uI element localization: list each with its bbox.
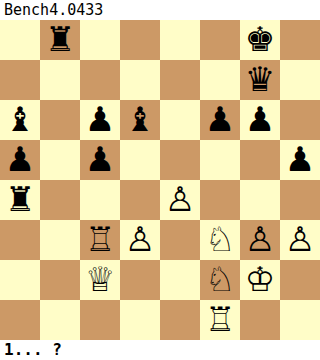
square-e4[interactable]: ♙ — [160, 180, 200, 220]
square-c3[interactable]: ♖ — [80, 220, 120, 260]
square-d6[interactable]: ♝ — [120, 100, 160, 140]
square-g1[interactable] — [240, 300, 280, 340]
piece-black-king: ♚ — [245, 20, 275, 59]
square-f8[interactable] — [200, 20, 240, 60]
piece-black-queen: ♛ — [245, 60, 275, 99]
square-e2[interactable] — [160, 260, 200, 300]
piece-black-bishop: ♝ — [5, 100, 35, 139]
square-c2[interactable]: ♕ — [80, 260, 120, 300]
square-g6[interactable]: ♟ — [240, 100, 280, 140]
piece-white-knight: ♘ — [205, 220, 235, 259]
square-g5[interactable] — [240, 140, 280, 180]
square-c4[interactable] — [80, 180, 120, 220]
square-d1[interactable] — [120, 300, 160, 340]
square-e6[interactable] — [160, 100, 200, 140]
square-e5[interactable] — [160, 140, 200, 180]
square-b5[interactable] — [40, 140, 80, 180]
piece-black-pawn: ♟ — [5, 140, 35, 179]
square-c6[interactable]: ♟ — [80, 100, 120, 140]
square-d7[interactable] — [120, 60, 160, 100]
square-h3[interactable]: ♙ — [280, 220, 320, 260]
piece-black-pawn: ♟ — [85, 100, 115, 139]
square-a3[interactable] — [0, 220, 40, 260]
square-b4[interactable] — [40, 180, 80, 220]
piece-white-king: ♔ — [245, 260, 275, 299]
piece-white-knight: ♘ — [205, 260, 235, 299]
square-b1[interactable] — [40, 300, 80, 340]
square-h7[interactable] — [280, 60, 320, 100]
piece-black-pawn: ♟ — [285, 140, 315, 179]
move-prompt: 1... ? — [0, 340, 320, 360]
square-a1[interactable] — [0, 300, 40, 340]
piece-white-pawn: ♙ — [245, 220, 275, 259]
square-e3[interactable] — [160, 220, 200, 260]
piece-white-rook: ♖ — [85, 220, 115, 259]
piece-black-pawn: ♟ — [85, 140, 115, 179]
square-h4[interactable] — [280, 180, 320, 220]
square-a8[interactable] — [0, 20, 40, 60]
piece-white-rook: ♖ — [205, 300, 235, 339]
square-a2[interactable] — [0, 260, 40, 300]
piece-black-rook: ♜ — [5, 180, 35, 219]
square-h2[interactable] — [280, 260, 320, 300]
square-f6[interactable]: ♟ — [200, 100, 240, 140]
piece-black-bishop: ♝ — [125, 100, 155, 139]
square-f5[interactable] — [200, 140, 240, 180]
square-b3[interactable] — [40, 220, 80, 260]
square-h6[interactable] — [280, 100, 320, 140]
square-c8[interactable] — [80, 20, 120, 60]
square-g2[interactable]: ♔ — [240, 260, 280, 300]
square-d3[interactable]: ♙ — [120, 220, 160, 260]
square-b6[interactable] — [40, 100, 80, 140]
square-c5[interactable]: ♟ — [80, 140, 120, 180]
square-e8[interactable] — [160, 20, 200, 60]
square-d4[interactable] — [120, 180, 160, 220]
square-g3[interactable]: ♙ — [240, 220, 280, 260]
square-g7[interactable]: ♛ — [240, 60, 280, 100]
square-a5[interactable]: ♟ — [0, 140, 40, 180]
square-c7[interactable] — [80, 60, 120, 100]
square-b7[interactable] — [40, 60, 80, 100]
square-f3[interactable]: ♘ — [200, 220, 240, 260]
position-title: Bench4.0433 — [0, 0, 320, 20]
square-g8[interactable]: ♚ — [240, 20, 280, 60]
square-h5[interactable]: ♟ — [280, 140, 320, 180]
piece-white-queen: ♕ — [85, 260, 115, 299]
square-a6[interactable]: ♝ — [0, 100, 40, 140]
chess-board: ♜♚♛♝♟♝♟♟♟♟♟♜♙♖♙♘♙♙♕♘♔♖ — [0, 20, 320, 340]
piece-white-pawn: ♙ — [165, 180, 195, 219]
square-b8[interactable]: ♜ — [40, 20, 80, 60]
square-h8[interactable] — [280, 20, 320, 60]
square-e7[interactable] — [160, 60, 200, 100]
piece-black-pawn: ♟ — [205, 100, 235, 139]
piece-black-rook: ♜ — [45, 20, 75, 59]
square-d2[interactable] — [120, 260, 160, 300]
square-h1[interactable] — [280, 300, 320, 340]
piece-black-pawn: ♟ — [245, 100, 275, 139]
square-f7[interactable] — [200, 60, 240, 100]
piece-white-pawn: ♙ — [285, 220, 315, 259]
square-f2[interactable]: ♘ — [200, 260, 240, 300]
square-a7[interactable] — [0, 60, 40, 100]
square-e1[interactable] — [160, 300, 200, 340]
square-f4[interactable] — [200, 180, 240, 220]
square-d8[interactable] — [120, 20, 160, 60]
square-g4[interactable] — [240, 180, 280, 220]
square-c1[interactable] — [80, 300, 120, 340]
square-d5[interactable] — [120, 140, 160, 180]
square-f1[interactable]: ♖ — [200, 300, 240, 340]
square-a4[interactable]: ♜ — [0, 180, 40, 220]
square-b2[interactable] — [40, 260, 80, 300]
piece-white-pawn: ♙ — [125, 220, 155, 259]
